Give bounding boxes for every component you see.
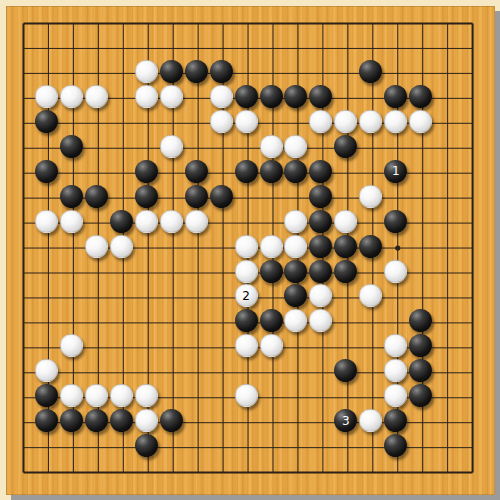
stone-white (260, 135, 283, 158)
stone-black (260, 309, 283, 332)
stone-white (185, 210, 208, 233)
stone-white (210, 110, 233, 133)
stone-white (160, 85, 183, 108)
stone-black (260, 160, 283, 183)
stone-black: 1 (384, 160, 407, 183)
stone-black (35, 160, 58, 183)
stone-black (210, 60, 233, 83)
stone-black (35, 110, 58, 133)
stone-white (135, 210, 158, 233)
stone-black (160, 60, 183, 83)
stone-white (359, 110, 382, 133)
stone-black (60, 185, 83, 208)
stone-black (185, 160, 208, 183)
stone-white (235, 260, 258, 283)
stone-black (384, 85, 407, 108)
stone-black (60, 409, 83, 432)
stone-white (260, 235, 283, 258)
stone-white (135, 60, 158, 83)
stone-white (60, 85, 83, 108)
stone-black (235, 160, 258, 183)
stone-white (334, 110, 357, 133)
stone-black (309, 185, 332, 208)
stone-black (309, 235, 332, 258)
stone-black (110, 210, 133, 233)
stone-black (284, 160, 307, 183)
stone-white (160, 135, 183, 158)
stone-white (384, 110, 407, 133)
stone-black (260, 85, 283, 108)
stone-black (135, 185, 158, 208)
stone-black (110, 409, 133, 432)
stone-black (309, 160, 332, 183)
stone-white (85, 85, 108, 108)
stone-white (359, 185, 382, 208)
stone-white (210, 85, 233, 108)
move-number-label: 1 (392, 165, 400, 177)
stone-black (235, 85, 258, 108)
stone-white (235, 334, 258, 357)
stone-black (185, 60, 208, 83)
stone-black (160, 409, 183, 432)
stone-black (85, 409, 108, 432)
star-point (395, 245, 400, 250)
stone-white (110, 235, 133, 258)
stone-white (135, 85, 158, 108)
stone-white (235, 235, 258, 258)
stone-white (35, 210, 58, 233)
stone-black (309, 260, 332, 283)
move-number-label: 3 (342, 415, 350, 427)
go-board[interactable]: 123 (0, 0, 500, 500)
stone-black (185, 185, 208, 208)
stone-white (260, 334, 283, 357)
stone-white (384, 260, 407, 283)
stone-white (160, 210, 183, 233)
stone-black (309, 210, 332, 233)
stone-black (260, 260, 283, 283)
stone-white (135, 409, 158, 432)
stone-white: 2 (235, 284, 258, 307)
stone-black (60, 135, 83, 158)
stone-black (334, 235, 357, 258)
stone-white (284, 235, 307, 258)
stone-white (135, 384, 158, 407)
stone-black (384, 210, 407, 233)
stone-black (359, 235, 382, 258)
stone-black (409, 85, 432, 108)
stone-white (35, 85, 58, 108)
move-number-label: 2 (242, 290, 250, 302)
stone-white (85, 384, 108, 407)
stone-white (235, 384, 258, 407)
stone-black (135, 160, 158, 183)
stone-white (60, 210, 83, 233)
stone-black (85, 185, 108, 208)
stone-white (409, 110, 432, 133)
stone-black (334, 135, 357, 158)
stone-white (110, 384, 133, 407)
stone-white (284, 210, 307, 233)
stone-black (210, 185, 233, 208)
stone-white (235, 110, 258, 133)
stone-black (235, 309, 258, 332)
stone-black (334, 260, 357, 283)
stone-black (135, 434, 158, 457)
stone-white (85, 235, 108, 258)
stone-black (284, 260, 307, 283)
stone-white (334, 210, 357, 233)
